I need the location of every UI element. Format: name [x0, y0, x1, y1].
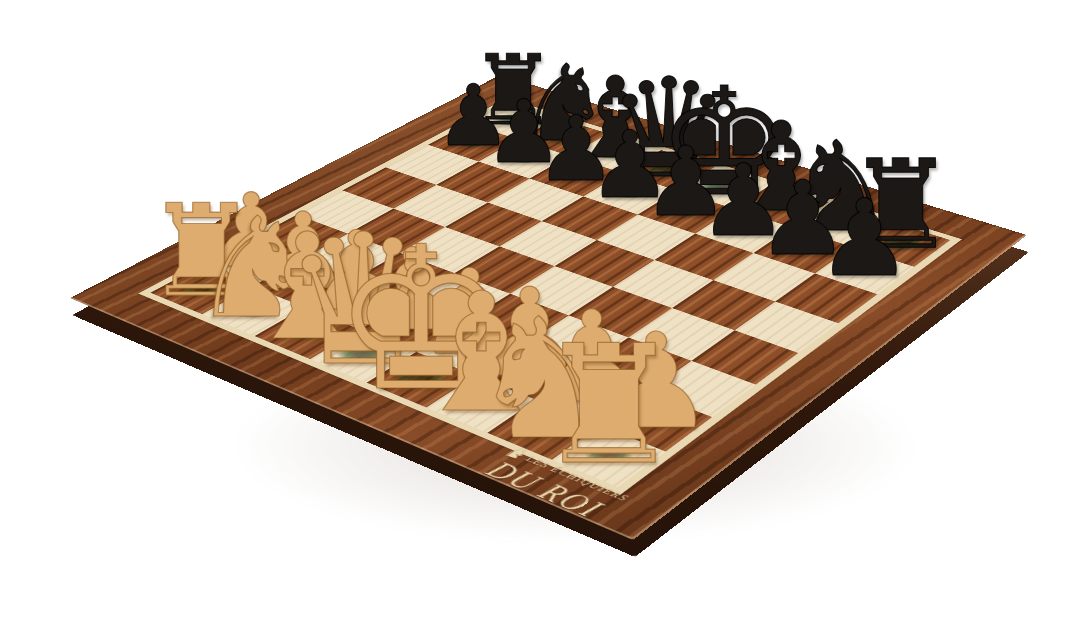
chess-set-product-photo: ♞ LES ÉCHIQUIERS DU ROI ♜♞♝♛♚♝♞♜♟♟♟♟♟♟♟♟… [0, 0, 1082, 618]
white-rook-glyph: ♜ [535, 324, 682, 488]
pieces-layer: ♜♞♝♛♚♝♞♜♟♟♟♟♟♟♟♟♟♟♟♟♟♟♟♟♜♞♝♛♚♝♞♜ [0, 0, 1082, 618]
black-pawn-glyph: ♟ [817, 185, 912, 291]
